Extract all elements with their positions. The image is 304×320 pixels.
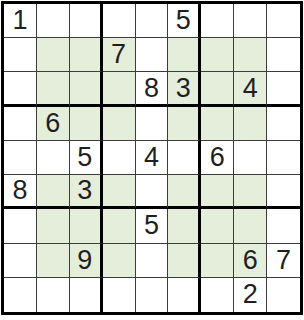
cell-r8c1[interactable]: [4, 244, 37, 278]
cell-r6c5[interactable]: [136, 175, 169, 209]
cell-r4c1[interactable]: [4, 107, 37, 141]
cell-r1c4[interactable]: [103, 4, 136, 38]
cell-r8c7[interactable]: [201, 244, 234, 278]
cell-r6c2[interactable]: [37, 175, 70, 209]
cell-r9c9[interactable]: [267, 278, 300, 312]
cell-r7c3[interactable]: [70, 209, 103, 243]
cell-r5c9[interactable]: [267, 141, 300, 175]
cell-r2c7[interactable]: [201, 38, 234, 72]
cell-r9c4[interactable]: [103, 278, 136, 312]
cell-r9c3[interactable]: [70, 278, 103, 312]
cell-r8c5[interactable]: [136, 244, 169, 278]
cell-r9c5[interactable]: [136, 278, 169, 312]
cell-r7c6[interactable]: [168, 209, 201, 243]
cell-r1c5[interactable]: [136, 4, 169, 38]
cell-r3c4[interactable]: [103, 72, 136, 106]
cell-r1c9[interactable]: [267, 4, 300, 38]
cell-r8c3: 9: [70, 244, 103, 278]
cell-r2c4: 7: [103, 38, 136, 72]
cell-r2c5[interactable]: [136, 38, 169, 72]
cell-r5c3: 5: [70, 141, 103, 175]
cell-r9c2[interactable]: [37, 278, 70, 312]
cell-r5c1[interactable]: [4, 141, 37, 175]
cell-r9c6[interactable]: [168, 278, 201, 312]
cell-r6c7[interactable]: [201, 175, 234, 209]
cell-r1c2[interactable]: [37, 4, 70, 38]
cell-r5c6[interactable]: [168, 141, 201, 175]
cell-r4c5[interactable]: [136, 107, 169, 141]
cell-r8c9: 7: [267, 244, 300, 278]
cell-r2c1[interactable]: [4, 38, 37, 72]
cell-r1c7[interactable]: [201, 4, 234, 38]
cell-r7c5: 5: [136, 209, 169, 243]
cell-r5c4[interactable]: [103, 141, 136, 175]
cell-r3c2[interactable]: [37, 72, 70, 106]
cell-r2c3[interactable]: [70, 38, 103, 72]
cell-r5c7: 6: [201, 141, 234, 175]
cell-r4c9[interactable]: [267, 107, 300, 141]
cell-r4c3[interactable]: [70, 107, 103, 141]
cell-r1c8[interactable]: [234, 4, 267, 38]
cell-r8c6[interactable]: [168, 244, 201, 278]
cell-r5c5: 4: [136, 141, 169, 175]
cell-r3c8: 4: [234, 72, 267, 106]
cell-r7c9[interactable]: [267, 209, 300, 243]
cell-r2c2[interactable]: [37, 38, 70, 72]
cell-r6c3: 3: [70, 175, 103, 209]
sudoku-board: 15783465468359672: [1, 1, 303, 315]
cell-r8c4[interactable]: [103, 244, 136, 278]
cell-r2c6[interactable]: [168, 38, 201, 72]
cell-r6c1: 8: [4, 175, 37, 209]
cell-r3c3[interactable]: [70, 72, 103, 106]
cell-r1c6: 5: [168, 4, 201, 38]
cell-r1c3[interactable]: [70, 4, 103, 38]
cell-r3c9[interactable]: [267, 72, 300, 106]
cell-r6c8[interactable]: [234, 175, 267, 209]
cell-r6c4[interactable]: [103, 175, 136, 209]
cell-r3c1[interactable]: [4, 72, 37, 106]
cell-r1c1: 1: [4, 4, 37, 38]
cell-r4c8[interactable]: [234, 107, 267, 141]
cell-r7c4[interactable]: [103, 209, 136, 243]
cell-r6c9[interactable]: [267, 175, 300, 209]
cell-r2c8[interactable]: [234, 38, 267, 72]
cell-r9c1[interactable]: [4, 278, 37, 312]
cell-r8c2[interactable]: [37, 244, 70, 278]
cell-r3c7[interactable]: [201, 72, 234, 106]
cell-r7c1[interactable]: [4, 209, 37, 243]
cell-r6c6[interactable]: [168, 175, 201, 209]
cell-r7c2[interactable]: [37, 209, 70, 243]
cell-r4c2: 6: [37, 107, 70, 141]
cell-r9c8: 2: [234, 278, 267, 312]
cell-r5c8[interactable]: [234, 141, 267, 175]
cell-r4c7[interactable]: [201, 107, 234, 141]
cell-r9c7[interactable]: [201, 278, 234, 312]
cell-r8c8: 6: [234, 244, 267, 278]
cell-r7c7[interactable]: [201, 209, 234, 243]
cell-r4c4[interactable]: [103, 107, 136, 141]
cell-r5c2[interactable]: [37, 141, 70, 175]
cell-r3c5: 8: [136, 72, 169, 106]
cell-r3c6: 3: [168, 72, 201, 106]
cell-r7c8[interactable]: [234, 209, 267, 243]
cell-r4c6[interactable]: [168, 107, 201, 141]
cell-r2c9[interactable]: [267, 38, 300, 72]
